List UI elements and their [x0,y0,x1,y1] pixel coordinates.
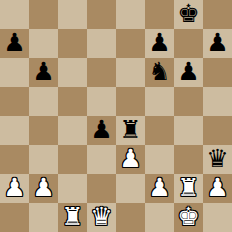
square-b7[interactable] [29,29,58,58]
square-d8[interactable] [87,0,116,29]
chess-board: ♚♟♟♟♟♞♟♟♜♟♛♟♟♟♜♟♜♛♚ [0,0,232,232]
white-rook[interactable]: ♜ [177,173,199,202]
square-b4[interactable] [29,116,58,145]
white-pawn[interactable]: ♟ [119,144,141,173]
square-a4[interactable] [0,116,29,145]
square-h8[interactable] [203,0,232,29]
square-e4[interactable]: ♜ [116,116,145,145]
square-d6[interactable] [87,58,116,87]
square-d4[interactable]: ♟ [87,116,116,145]
square-e5[interactable] [116,87,145,116]
square-b8[interactable] [29,0,58,29]
square-f6[interactable]: ♞ [145,58,174,87]
square-e2[interactable] [116,174,145,203]
square-f4[interactable] [145,116,174,145]
square-f1[interactable] [145,203,174,232]
black-queen[interactable]: ♛ [206,144,228,173]
square-e8[interactable] [116,0,145,29]
square-c4[interactable] [58,116,87,145]
white-pawn[interactable]: ♟ [206,173,228,202]
white-king[interactable]: ♚ [177,202,199,231]
square-c2[interactable] [58,174,87,203]
square-c1[interactable]: ♜ [58,203,87,232]
square-b6[interactable]: ♟ [29,58,58,87]
square-h5[interactable] [203,87,232,116]
square-a7[interactable]: ♟ [0,29,29,58]
white-pawn[interactable]: ♟ [148,173,170,202]
square-e3[interactable]: ♟ [116,145,145,174]
square-c5[interactable] [58,87,87,116]
white-queen[interactable]: ♛ [90,202,112,231]
square-f7[interactable]: ♟ [145,29,174,58]
black-pawn[interactable]: ♟ [90,115,112,144]
square-b5[interactable] [29,87,58,116]
square-d2[interactable] [87,174,116,203]
square-h3[interactable]: ♛ [203,145,232,174]
square-g4[interactable] [174,116,203,145]
black-pawn[interactable]: ♟ [206,28,228,57]
square-c7[interactable] [58,29,87,58]
white-rook[interactable]: ♜ [61,202,83,231]
square-g5[interactable] [174,87,203,116]
white-pawn[interactable]: ♟ [32,173,54,202]
white-pawn[interactable]: ♟ [3,173,25,202]
square-g7[interactable] [174,29,203,58]
black-king[interactable]: ♚ [177,0,199,28]
square-h4[interactable] [203,116,232,145]
square-g6[interactable]: ♟ [174,58,203,87]
square-a6[interactable] [0,58,29,87]
square-a2[interactable]: ♟ [0,174,29,203]
square-a5[interactable] [0,87,29,116]
square-g8[interactable]: ♚ [174,0,203,29]
square-c3[interactable] [58,145,87,174]
square-g3[interactable] [174,145,203,174]
square-d5[interactable] [87,87,116,116]
square-d3[interactable] [87,145,116,174]
square-f2[interactable]: ♟ [145,174,174,203]
square-d7[interactable] [87,29,116,58]
square-f5[interactable] [145,87,174,116]
square-c8[interactable] [58,0,87,29]
black-pawn[interactable]: ♟ [3,28,25,57]
square-g1[interactable]: ♚ [174,203,203,232]
square-h1[interactable] [203,203,232,232]
square-a3[interactable] [0,145,29,174]
square-e1[interactable] [116,203,145,232]
square-f3[interactable] [145,145,174,174]
square-c6[interactable] [58,58,87,87]
black-pawn[interactable]: ♟ [177,57,199,86]
square-a1[interactable] [0,203,29,232]
square-e6[interactable] [116,58,145,87]
square-f8[interactable] [145,0,174,29]
square-h6[interactable] [203,58,232,87]
square-e7[interactable] [116,29,145,58]
square-b1[interactable] [29,203,58,232]
square-d1[interactable]: ♛ [87,203,116,232]
square-b2[interactable]: ♟ [29,174,58,203]
square-g2[interactable]: ♜ [174,174,203,203]
square-h2[interactable]: ♟ [203,174,232,203]
square-h7[interactable]: ♟ [203,29,232,58]
square-a8[interactable] [0,0,29,29]
black-rook[interactable]: ♜ [119,115,141,144]
square-b3[interactable] [29,145,58,174]
black-knight[interactable]: ♞ [148,57,170,86]
black-pawn[interactable]: ♟ [148,28,170,57]
black-pawn[interactable]: ♟ [32,57,54,86]
